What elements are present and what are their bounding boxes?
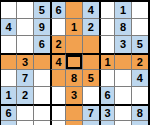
cell-r7c9[interactable]: 8 bbox=[132, 104, 148, 121]
cell-r4c4[interactable]: 4 bbox=[50, 53, 66, 70]
cell-r6c3[interactable] bbox=[34, 87, 50, 104]
cell-r7c1[interactable]: 6 bbox=[1, 104, 17, 121]
cell-r7c8[interactable] bbox=[115, 104, 131, 121]
cell-r1c8[interactable]: 1 bbox=[115, 2, 131, 19]
cell-r7c2[interactable] bbox=[17, 104, 33, 121]
cell-r2c7[interactable] bbox=[99, 19, 115, 36]
cell-r3c6[interactable] bbox=[83, 36, 99, 53]
cell-r3c4[interactable]: 2 bbox=[50, 36, 66, 53]
cell-r1c9[interactable] bbox=[132, 2, 148, 19]
cell-r2c4[interactable] bbox=[50, 19, 66, 36]
cell-r3c1[interactable] bbox=[1, 36, 17, 53]
cell-r5c4[interactable] bbox=[50, 70, 66, 87]
cell-r1c4[interactable]: 6 bbox=[50, 2, 66, 19]
cell-r7c4[interactable] bbox=[50, 104, 66, 121]
cell-r4c3[interactable] bbox=[34, 53, 50, 70]
cell-r3c5[interactable] bbox=[66, 36, 82, 53]
cell-r6c1[interactable]: 1 bbox=[1, 87, 17, 104]
cell-r2c8[interactable]: 8 bbox=[115, 19, 131, 36]
cell-r1c6[interactable]: 4 bbox=[83, 2, 99, 19]
cell-r1c5[interactable] bbox=[66, 2, 82, 19]
cell-r3c2[interactable] bbox=[17, 36, 33, 53]
cell-r6c7[interactable]: 6 bbox=[99, 87, 115, 104]
cell-r3c3[interactable]: 6 bbox=[34, 36, 50, 53]
sudoku-board: 56414912862353412785412366738 bbox=[0, 0, 150, 125]
cell-r4c7[interactable]: 1 bbox=[99, 53, 115, 70]
cell-r6c4[interactable] bbox=[50, 87, 66, 104]
cell-r7c7[interactable]: 3 bbox=[99, 104, 115, 121]
cell-r5c2[interactable]: 7 bbox=[17, 70, 33, 87]
cell-r8c8[interactable] bbox=[115, 121, 131, 125]
cell-r4c6[interactable] bbox=[83, 53, 99, 70]
cell-r4c9[interactable]: 2 bbox=[132, 53, 148, 70]
cell-r8c1[interactable] bbox=[1, 121, 17, 125]
cell-r3c9[interactable]: 5 bbox=[132, 36, 148, 53]
cell-r4c8[interactable] bbox=[115, 53, 131, 70]
cell-r5c7[interactable] bbox=[99, 70, 115, 87]
cell-r8c4[interactable] bbox=[50, 121, 66, 125]
cell-r6c2[interactable]: 2 bbox=[17, 87, 33, 104]
cell-r8c5[interactable] bbox=[66, 121, 82, 125]
cell-r6c6[interactable] bbox=[83, 87, 99, 104]
cell-r8c9[interactable] bbox=[132, 121, 148, 125]
cell-r5c8[interactable] bbox=[115, 70, 131, 87]
cell-r5c6[interactable]: 5 bbox=[83, 70, 99, 87]
cell-r8c7[interactable] bbox=[99, 121, 115, 125]
cell-r6c8[interactable] bbox=[115, 87, 131, 104]
cell-r4c2[interactable]: 3 bbox=[17, 53, 33, 70]
cell-r2c9[interactable] bbox=[132, 19, 148, 36]
cell-r3c8[interactable]: 3 bbox=[115, 36, 131, 53]
cell-r4c5-selected[interactable] bbox=[66, 53, 82, 70]
cell-r1c1[interactable] bbox=[1, 2, 17, 19]
cell-r6c9[interactable] bbox=[132, 87, 148, 104]
cell-r8c6[interactable] bbox=[83, 121, 99, 125]
sudoku-grid: 56414912862353412785412366738 bbox=[1, 2, 148, 125]
cell-r7c3[interactable] bbox=[34, 104, 50, 121]
cell-r8c3[interactable] bbox=[34, 121, 50, 125]
cell-r5c1[interactable] bbox=[1, 70, 17, 87]
cell-r8c2[interactable] bbox=[17, 121, 33, 125]
cell-r5c5[interactable]: 8 bbox=[66, 70, 82, 87]
cell-r1c7[interactable] bbox=[99, 2, 115, 19]
cell-r7c5[interactable] bbox=[66, 104, 82, 121]
cell-r2c1[interactable]: 4 bbox=[1, 19, 17, 36]
cell-r1c3[interactable]: 5 bbox=[34, 2, 50, 19]
cell-r1c2[interactable] bbox=[17, 2, 33, 19]
cell-r6c5[interactable]: 3 bbox=[66, 87, 82, 104]
cell-r2c3[interactable]: 9 bbox=[34, 19, 50, 36]
cell-r7c6[interactable]: 7 bbox=[83, 104, 99, 121]
cell-r2c2[interactable] bbox=[17, 19, 33, 36]
cell-r5c3[interactable] bbox=[34, 70, 50, 87]
cell-r4c1[interactable] bbox=[1, 53, 17, 70]
cell-r5c9[interactable]: 4 bbox=[132, 70, 148, 87]
cell-r2c6[interactable]: 2 bbox=[83, 19, 99, 36]
cell-r3c7[interactable] bbox=[99, 36, 115, 53]
cell-r2c5[interactable]: 1 bbox=[66, 19, 82, 36]
